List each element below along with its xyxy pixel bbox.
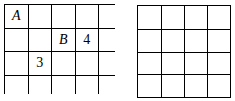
answer-cell-r1c3 [207,29,230,52]
clue-cell-r0c1 [28,4,52,28]
puzzle-figure: A B 4 3 [0,0,235,101]
clue-cell-r1c1 [28,28,52,52]
answer-cell-r1c0 [138,29,161,52]
clue-cell-r0c2 [51,4,75,28]
answer-cell-r2c3 [207,52,230,75]
clue-grid: A B 4 3 [4,4,115,94]
clue-cell-r2c0 [4,51,28,75]
clue-cell-r2c3 [75,51,99,75]
answer-cell-r0c1 [161,6,184,29]
answer-cell-r0c3 [207,6,230,29]
answer-cell-r3c3 [207,74,230,97]
clue-cell-r3c2 [51,75,75,95]
answer-cell-r3c0 [138,74,161,97]
answer-cell-r2c0 [138,52,161,75]
clue-cell-r2c1: 3 [28,51,52,75]
answer-cell-r3c2 [184,74,207,97]
answer-cell-r1c1 [161,29,184,52]
clue-cell-r3c1 [28,75,52,95]
answer-cell-r2c2 [184,52,207,75]
answer-grid [137,5,231,98]
clue-cell-r3c3 [75,75,99,95]
answer-cell-r1c2 [184,29,207,52]
clue-cell-r0c4 [98,4,115,28]
answer-cell-r2c1 [161,52,184,75]
clue-cell-r0c3 [75,4,99,28]
answer-cell-r0c2 [184,6,207,29]
clue-cell-r1c3: 4 [75,28,99,52]
clue-cell-r1c2: B [51,28,75,52]
clue-cell-r1c0 [4,28,28,52]
clue-cell-r0c0: A [4,4,28,28]
clue-cell-r2c4 [98,51,115,75]
clue-cell-r3c4 [98,75,115,95]
clue-cell-r3c0 [4,75,28,95]
clue-cell-r1c4 [98,28,115,52]
answer-cell-r3c1 [161,74,184,97]
clue-cell-r2c2 [51,51,75,75]
answer-cell-r0c0 [138,6,161,29]
